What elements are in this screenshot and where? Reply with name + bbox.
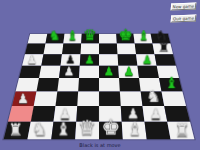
piece-white-queen-d1[interactable]: ♛ xyxy=(75,118,99,138)
square-d4[interactable] xyxy=(78,78,99,91)
square-h2[interactable] xyxy=(164,106,190,122)
chess-board: ♞♝♛♚♝♞♜♟♟♟♟♟♟♟♝♟♞♟♟♟♜♞♝♛♚♝♜ xyxy=(4,34,195,140)
square-g3[interactable]: ♞ xyxy=(141,91,165,106)
square-e5[interactable]: ♟ xyxy=(99,66,119,78)
square-f3[interactable] xyxy=(120,91,143,106)
square-h6[interactable] xyxy=(155,54,176,65)
piece-green-king-f8[interactable]: ♚ xyxy=(117,27,135,43)
square-c5[interactable]: ♟ xyxy=(59,66,80,78)
piece-green-pawn-e5[interactable]: ♟ xyxy=(99,65,119,77)
square-f1[interactable]: ♝ xyxy=(122,122,147,139)
piece-green-queen-d8[interactable]: ♛ xyxy=(81,28,99,43)
square-b4[interactable] xyxy=(36,78,59,91)
square-g5[interactable] xyxy=(137,66,159,78)
square-a2[interactable] xyxy=(8,106,34,122)
square-d5[interactable] xyxy=(79,66,99,78)
square-a6[interactable]: ♟ xyxy=(22,54,43,65)
square-e7[interactable] xyxy=(99,44,118,55)
square-h3[interactable] xyxy=(162,91,186,106)
piece-white-knight-b1[interactable]: ♞ xyxy=(28,121,52,139)
square-b5[interactable] xyxy=(39,66,61,78)
square-c8[interactable]: ♝ xyxy=(63,34,81,44)
square-e8[interactable] xyxy=(99,34,117,44)
square-a4[interactable] xyxy=(16,78,39,91)
chess-board-scene: ♞♝♛♚♝♞♜♟♟♟♟♟♟♟♝♟♞♟♟♟♜♞♝♛♚♝♜ xyxy=(4,34,195,140)
piece-white-pawn-c5[interactable]: ♟ xyxy=(59,65,79,77)
piece-green-bishop-h4[interactable]: ♝ xyxy=(161,75,182,91)
square-c3[interactable] xyxy=(55,91,78,106)
piece-green-pawn-f5[interactable]: ♟ xyxy=(119,65,139,77)
square-f4[interactable] xyxy=(119,78,141,91)
square-a8[interactable] xyxy=(28,34,48,44)
square-f7[interactable] xyxy=(117,44,136,55)
piece-white-knight-g3[interactable]: ♞ xyxy=(142,89,164,105)
status-text: Black is at move xyxy=(0,142,200,148)
square-b3[interactable] xyxy=(34,91,58,106)
square-d8[interactable]: ♛ xyxy=(81,34,99,44)
square-e3[interactable] xyxy=(99,91,121,106)
piece-white-pawn-a3[interactable]: ♟ xyxy=(12,92,34,105)
new-game-button[interactable]: New game xyxy=(171,3,197,11)
square-g2[interactable]: ♟ xyxy=(143,106,168,122)
square-f5[interactable]: ♟ xyxy=(118,66,139,78)
square-g1[interactable] xyxy=(145,122,171,139)
square-g6[interactable]: ♟ xyxy=(136,54,157,65)
piece-white-pawn-g2[interactable]: ♟ xyxy=(144,107,167,121)
piece-white-rook-a1[interactable]: ♜ xyxy=(4,122,28,139)
piece-white-bishop-f1[interactable]: ♝ xyxy=(123,121,147,139)
square-d6[interactable]: ♟ xyxy=(80,54,99,65)
square-b1[interactable]: ♞ xyxy=(27,122,53,139)
square-a5[interactable] xyxy=(19,66,41,78)
quit-game-button[interactable]: Quit game xyxy=(171,15,197,23)
piece-black-pawn-c6[interactable]: ♟ xyxy=(61,54,80,66)
square-g8[interactable]: ♝ xyxy=(133,34,152,44)
piece-white-pawn-a6[interactable]: ♟ xyxy=(22,54,41,66)
piece-green-pawn-g6[interactable]: ♟ xyxy=(137,54,156,66)
piece-white-bishop-c1[interactable]: ♝ xyxy=(51,121,75,139)
square-c4[interactable] xyxy=(57,78,79,91)
piece-green-knight-b8[interactable]: ♞ xyxy=(46,30,64,43)
square-e1[interactable]: ♚ xyxy=(99,122,123,139)
game-buttons: New game Quit game xyxy=(170,3,196,22)
square-b6[interactable] xyxy=(41,54,62,65)
piece-green-bishop-c8[interactable]: ♝ xyxy=(63,30,81,43)
square-h1[interactable]: ♜ xyxy=(167,122,194,139)
square-e4[interactable] xyxy=(99,78,120,91)
square-c1[interactable]: ♝ xyxy=(51,122,76,139)
piece-white-rook-h1[interactable]: ♜ xyxy=(170,122,194,139)
square-a3[interactable]: ♟ xyxy=(12,91,36,106)
piece-white-king-e1[interactable]: ♚ xyxy=(99,117,123,138)
square-d3[interactable] xyxy=(77,91,99,106)
square-b8[interactable]: ♞ xyxy=(45,34,64,44)
piece-green-bishop-g8[interactable]: ♝ xyxy=(135,30,153,43)
piece-black-rook-h7[interactable]: ♜ xyxy=(154,41,172,54)
piece-green-pawn-d6[interactable]: ♟ xyxy=(80,54,99,66)
square-f8[interactable]: ♚ xyxy=(116,34,134,44)
square-d1[interactable]: ♛ xyxy=(75,122,99,139)
